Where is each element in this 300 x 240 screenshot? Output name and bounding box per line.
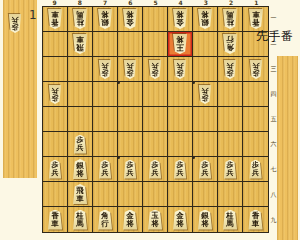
piece-face: 桂馬	[222, 210, 238, 230]
piece-face: 王将	[172, 34, 188, 54]
square-31[interactable]: 銀将	[193, 7, 218, 32]
square-24[interactable]	[218, 82, 243, 107]
piece-gold-general-gote[interactable]: 金将	[122, 9, 138, 29]
square-23[interactable]: 歩兵	[218, 57, 243, 82]
piece-face: 歩兵	[249, 60, 263, 79]
square-74[interactable]	[93, 82, 118, 107]
piece-pawn-gote[interactable]: 歩兵	[173, 60, 187, 79]
piece-face: 香車	[248, 9, 264, 29]
piece-pawn-sente[interactable]: 歩兵	[249, 160, 263, 179]
piece-face: 歩兵	[173, 60, 187, 79]
shogi-board: 香車桂馬銀将金将金将銀将桂馬香車飛車王将角行歩兵歩兵歩兵歩兵歩兵歩兵歩兵歩兵歩兵…	[42, 6, 269, 233]
square-15[interactable]	[243, 107, 268, 132]
piece-pawn-sente[interactable]: 歩兵	[123, 160, 137, 179]
piece-rook-gote[interactable]: 飛車	[72, 34, 88, 54]
piece-pawn-sente[interactable]: 歩兵	[173, 160, 187, 179]
square-82[interactable]: 飛車	[68, 32, 93, 57]
square-51[interactable]	[143, 7, 168, 32]
piece-pawn-gote[interactable]: 歩兵	[123, 60, 137, 79]
piece-pawn-sente[interactable]: 歩兵	[73, 135, 87, 154]
piece-face: 銀将	[197, 9, 213, 29]
piece-face: 銀将	[97, 9, 113, 29]
square-85[interactable]	[68, 107, 93, 132]
gote-hand-pawn-count: 1	[29, 8, 37, 22]
square-64[interactable]	[118, 82, 143, 107]
square-83[interactable]	[68, 57, 93, 82]
piece-pawn-sente[interactable]: 歩兵	[48, 160, 62, 179]
piece-silver-general-gote[interactable]: 銀将	[97, 9, 113, 29]
square-98[interactable]	[43, 182, 68, 207]
piece-silver-general-sente[interactable]: 銀将	[72, 159, 88, 179]
square-36[interactable]	[193, 132, 218, 157]
piece-knight-gote[interactable]: 桂馬	[222, 9, 238, 29]
square-43[interactable]: 歩兵	[168, 57, 193, 82]
piece-face: 歩兵	[148, 160, 162, 179]
piece-face: 飛車	[72, 184, 88, 204]
piece-rook-sente[interactable]: 飛車	[72, 184, 88, 204]
star-point	[192, 81, 195, 84]
piece-face: 銀将	[72, 159, 88, 179]
piece-face: 玉将	[147, 210, 163, 230]
square-54[interactable]	[143, 82, 168, 107]
piece-gold-general-sente[interactable]: 金将	[172, 210, 188, 230]
square-66[interactable]	[118, 132, 143, 157]
piece-pawn-sente[interactable]: 歩兵	[223, 160, 237, 179]
piece-face: 桂馬	[222, 9, 238, 29]
piece-pawn-sente[interactable]: 歩兵	[148, 160, 162, 179]
piece-face: 歩兵	[198, 85, 212, 104]
piece-pawn-gote[interactable]: 歩兵	[148, 60, 162, 79]
square-94[interactable]: 歩兵	[43, 82, 68, 107]
square-14[interactable]	[243, 82, 268, 107]
square-37[interactable]: 歩兵	[193, 157, 218, 182]
square-84[interactable]	[68, 82, 93, 107]
piece-bishop-sente[interactable]: 角行	[97, 210, 113, 230]
square-45[interactable]	[168, 107, 193, 132]
piece-king-sente[interactable]: 玉将	[147, 210, 163, 230]
square-72[interactable]	[93, 32, 118, 57]
star-point	[117, 81, 120, 84]
piece-pawn-gote[interactable]: 歩兵	[8, 14, 22, 33]
piece-knight-sente[interactable]: 桂馬	[222, 210, 238, 230]
piece-face: 歩兵	[98, 60, 112, 79]
square-17[interactable]: 歩兵	[243, 157, 268, 182]
piece-face: 歩兵	[223, 60, 237, 79]
gote-captured-pieces-stand: 歩兵 1	[3, 0, 37, 178]
square-78[interactable]	[93, 182, 118, 207]
piece-pawn-gote[interactable]: 歩兵	[249, 60, 263, 79]
square-69[interactable]: 金将	[118, 207, 143, 232]
piece-face: 歩兵	[48, 85, 62, 104]
piece-face: 桂馬	[72, 210, 88, 230]
piece-silver-general-sente[interactable]: 銀将	[197, 210, 213, 230]
square-62[interactable]	[118, 32, 143, 57]
piece-bishop-gote[interactable]: 角行	[222, 34, 238, 54]
square-26[interactable]	[218, 132, 243, 157]
square-25[interactable]	[218, 107, 243, 132]
square-96[interactable]	[43, 132, 68, 157]
turn-indicator: 先手番	[256, 28, 294, 45]
square-99[interactable]: 香車	[43, 207, 68, 232]
gote-hand-pawn-slot[interactable]: 歩兵	[8, 6, 22, 33]
square-63[interactable]: 歩兵	[118, 57, 143, 82]
piece-gold-general-sente[interactable]: 金将	[122, 210, 138, 230]
piece-knight-sente[interactable]: 桂馬	[72, 210, 88, 230]
square-44[interactable]	[168, 82, 193, 107]
square-87[interactable]: 銀将	[68, 157, 93, 182]
square-58[interactable]	[143, 182, 168, 207]
square-93[interactable]	[43, 57, 68, 82]
piece-face: 歩兵	[148, 60, 162, 79]
square-75[interactable]	[93, 107, 118, 132]
piece-pawn-sente[interactable]: 歩兵	[198, 160, 212, 179]
square-48[interactable]	[168, 182, 193, 207]
piece-knight-gote[interactable]: 桂馬	[72, 9, 88, 29]
square-41[interactable]: 金将	[168, 7, 193, 32]
star-point	[117, 156, 120, 159]
square-68[interactable]	[118, 182, 143, 207]
piece-face: 歩兵	[8, 14, 22, 33]
piece-face: 香車	[47, 210, 63, 230]
square-57[interactable]: 歩兵	[143, 157, 168, 182]
square-27[interactable]: 歩兵	[218, 157, 243, 182]
piece-pawn-gote[interactable]: 歩兵	[198, 85, 212, 104]
piece-face: 香車	[47, 9, 63, 29]
square-55[interactable]	[143, 107, 168, 132]
piece-face: 金将	[122, 210, 138, 230]
square-71[interactable]: 銀将	[93, 7, 118, 32]
piece-lance-sente[interactable]: 香車	[47, 210, 63, 230]
square-91[interactable]: 香車	[43, 7, 68, 32]
piece-silver-general-gote[interactable]: 銀将	[197, 9, 213, 29]
sente-captured-pieces-stand	[277, 56, 298, 240]
piece-pawn-gote[interactable]: 歩兵	[48, 85, 62, 104]
piece-lance-gote[interactable]: 香車	[47, 9, 63, 29]
square-65[interactable]	[118, 107, 143, 132]
square-39[interactable]: 銀将	[193, 207, 218, 232]
square-16[interactable]	[243, 132, 268, 157]
piece-face: 歩兵	[98, 160, 112, 179]
piece-lance-gote[interactable]: 香車	[248, 9, 264, 29]
piece-king-gote[interactable]: 王将	[172, 34, 188, 54]
square-77[interactable]: 歩兵	[93, 157, 118, 182]
square-81[interactable]: 桂馬	[68, 7, 93, 32]
piece-face: 歩兵	[73, 135, 87, 154]
piece-face: 歩兵	[223, 160, 237, 179]
square-56[interactable]	[143, 132, 168, 157]
square-73[interactable]: 歩兵	[93, 57, 118, 82]
square-76[interactable]	[93, 132, 118, 157]
piece-face: 飛車	[72, 34, 88, 54]
piece-face: 歩兵	[123, 160, 137, 179]
square-47[interactable]: 歩兵	[168, 157, 193, 182]
square-97[interactable]: 歩兵	[43, 157, 68, 182]
square-33[interactable]	[193, 57, 218, 82]
square-38[interactable]	[193, 182, 218, 207]
piece-face: 歩兵	[249, 160, 263, 179]
piece-face: 歩兵	[173, 160, 187, 179]
square-29[interactable]: 桂馬	[218, 207, 243, 232]
square-86[interactable]: 歩兵	[68, 132, 93, 157]
piece-gold-general-gote[interactable]: 金将	[172, 9, 188, 29]
piece-pawn-sente[interactable]: 歩兵	[98, 160, 112, 179]
square-92[interactable]	[43, 32, 68, 57]
star-point	[192, 156, 195, 159]
square-18[interactable]	[243, 182, 268, 207]
square-61[interactable]: 金将	[118, 7, 143, 32]
square-67[interactable]: 歩兵	[118, 157, 143, 182]
square-46[interactable]	[168, 132, 193, 157]
square-95[interactable]	[43, 107, 68, 132]
square-42[interactable]: 王将	[168, 32, 193, 57]
piece-face: 金将	[172, 9, 188, 29]
piece-face: 角行	[222, 34, 238, 54]
square-59[interactable]: 玉将	[143, 207, 168, 232]
square-53[interactable]: 歩兵	[143, 57, 168, 82]
square-28[interactable]	[218, 182, 243, 207]
piece-face: 歩兵	[198, 160, 212, 179]
square-19[interactable]: 香車	[243, 207, 268, 232]
piece-face: 桂馬	[72, 9, 88, 29]
piece-pawn-gote[interactable]: 歩兵	[223, 60, 237, 79]
piece-face: 歩兵	[123, 60, 137, 79]
square-22[interactable]: 角行	[218, 32, 243, 57]
square-32[interactable]	[193, 32, 218, 57]
piece-face: 歩兵	[48, 160, 62, 179]
square-49[interactable]: 金将	[168, 207, 193, 232]
piece-face: 香車	[248, 210, 264, 230]
square-35[interactable]	[193, 107, 218, 132]
square-13[interactable]: 歩兵	[243, 57, 268, 82]
square-52[interactable]	[143, 32, 168, 57]
square-88[interactable]: 飛車	[68, 182, 93, 207]
piece-face: 銀将	[197, 210, 213, 230]
square-89[interactable]: 桂馬	[68, 207, 93, 232]
piece-pawn-gote[interactable]: 歩兵	[98, 60, 112, 79]
piece-face: 金将	[122, 9, 138, 29]
piece-lance-sente[interactable]: 香車	[248, 210, 264, 230]
square-21[interactable]: 桂馬	[218, 7, 243, 32]
piece-face: 金将	[172, 210, 188, 230]
square-34[interactable]: 歩兵	[193, 82, 218, 107]
piece-face: 角行	[97, 210, 113, 230]
square-79[interactable]: 角行	[93, 207, 118, 232]
